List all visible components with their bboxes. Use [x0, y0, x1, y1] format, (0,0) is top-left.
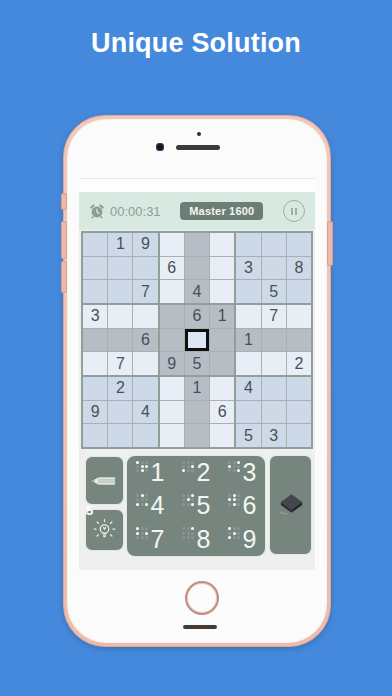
- numpad-digit-label: 4: [151, 493, 165, 518]
- cell-r7c7[interactable]: 4: [236, 377, 260, 400]
- proximity-sensor: [197, 132, 201, 136]
- cell-r9c5[interactable]: [185, 424, 209, 447]
- cell-r7c6[interactable]: [210, 377, 234, 400]
- placed-boxes-dots-6: [228, 493, 241, 506]
- cell-r3c1[interactable]: [83, 280, 107, 303]
- cell-r6c6[interactable]: [210, 352, 234, 375]
- cell-r2c1[interactable]: [83, 257, 107, 280]
- cell-r6c3[interactable]: [133, 352, 157, 375]
- cell-r4c8[interactable]: 7: [262, 305, 286, 328]
- cell-r2c6[interactable]: [210, 257, 234, 280]
- cell-r3c5[interactable]: 4: [185, 280, 209, 303]
- cell-r5c5[interactable]: [185, 329, 209, 352]
- cell-r6c8[interactable]: [262, 352, 286, 375]
- cell-r8c8[interactable]: [262, 401, 286, 424]
- number-pad: 123456789: [126, 455, 266, 557]
- cell-r9c9[interactable]: [287, 424, 311, 447]
- box-3: 385: [236, 233, 311, 303]
- cell-r3c9[interactable]: [287, 280, 311, 303]
- cell-r6c5[interactable]: 5: [185, 352, 209, 375]
- cell-r7c2[interactable]: 2: [108, 377, 132, 400]
- app-screen: 00:00:31 Master 1600 1976438536761957122…: [79, 178, 315, 570]
- cell-r5c3[interactable]: 6: [133, 329, 157, 352]
- numpad-8[interactable]: 8: [173, 523, 219, 556]
- timer-group: 00:00:31: [89, 203, 161, 219]
- cell-r1c9[interactable]: [287, 233, 311, 256]
- charging-port: [183, 625, 217, 629]
- difficulty-badge: Master 1600: [180, 202, 263, 220]
- eraser-button[interactable]: [269, 455, 312, 555]
- cell-r1c8[interactable]: [262, 233, 286, 256]
- placed-boxes-dots-8: [182, 527, 195, 540]
- box-6: 712: [236, 305, 311, 375]
- cell-r8c4[interactable]: [160, 401, 184, 424]
- sudoku-board: 19764385367619571229416453: [81, 231, 313, 449]
- cell-r5c9[interactable]: [287, 329, 311, 352]
- power-button: [327, 221, 333, 266]
- cell-r3c6[interactable]: [210, 280, 234, 303]
- cell-r8c3[interactable]: 4: [133, 401, 157, 424]
- cell-r6c9[interactable]: 2: [287, 352, 311, 375]
- cell-r7c9[interactable]: [287, 377, 311, 400]
- numpad-digit-label: 3: [243, 460, 257, 485]
- numpad-digit-label: 8: [197, 527, 211, 552]
- box-4: 367: [83, 305, 158, 375]
- cell-r9c8[interactable]: 3: [262, 424, 286, 447]
- box-1: 197: [83, 233, 158, 303]
- cell-r5c1[interactable]: [83, 329, 107, 352]
- cell-r3c4[interactable]: [160, 280, 184, 303]
- numpad-digit-label: 6: [243, 493, 257, 518]
- timer-value: 00:00:31: [110, 204, 161, 219]
- pause-icon: [291, 208, 293, 215]
- cell-r8c5[interactable]: [185, 401, 209, 424]
- cell-r4c2[interactable]: [108, 305, 132, 328]
- cell-r9c1[interactable]: [83, 424, 107, 447]
- box-2: 64: [160, 233, 235, 303]
- pause-button[interactable]: [283, 200, 305, 222]
- board-area: 19764385367619571229416453: [79, 230, 315, 450]
- numpad-4[interactable]: 4: [127, 489, 173, 522]
- cell-r7c3[interactable]: [133, 377, 157, 400]
- cell-r9c4[interactable]: [160, 424, 184, 447]
- cell-r5c7[interactable]: 1: [236, 329, 260, 352]
- cell-r2c2[interactable]: [108, 257, 132, 280]
- numpad-digit-label: 2: [197, 460, 211, 485]
- placed-boxes-dots-7: [136, 527, 149, 540]
- numpad-6[interactable]: 6: [219, 489, 265, 522]
- cell-r6c1[interactable]: [83, 352, 107, 375]
- cell-r3c7[interactable]: [236, 280, 260, 303]
- pencil-mode-button[interactable]: [85, 456, 124, 505]
- cell-r1c5[interactable]: [185, 233, 209, 256]
- hint-count: 5: [86, 503, 93, 518]
- cell-r7c5[interactable]: 1: [185, 377, 209, 400]
- numpad-digit-label: 7: [151, 527, 165, 552]
- cell-r5c6[interactable]: [210, 329, 234, 352]
- cell-r4c7[interactable]: [236, 305, 260, 328]
- cell-r4c9[interactable]: [287, 305, 311, 328]
- cell-r2c5[interactable]: [185, 257, 209, 280]
- front-camera: [156, 143, 164, 151]
- cell-r8c6[interactable]: 6: [210, 401, 234, 424]
- eraser-icon: [276, 492, 305, 518]
- cell-r1c4[interactable]: [160, 233, 184, 256]
- numpad-9[interactable]: 9: [219, 523, 265, 556]
- cell-r3c3[interactable]: 7: [133, 280, 157, 303]
- cell-r6c2[interactable]: 7: [108, 352, 132, 375]
- cell-r2c4[interactable]: 6: [160, 257, 184, 280]
- numpad-2[interactable]: 2: [173, 456, 219, 489]
- placed-boxes-dots-4: [136, 493, 149, 506]
- box-9: 453: [236, 377, 311, 447]
- cell-r8c7[interactable]: [236, 401, 260, 424]
- box-7: 294: [83, 377, 158, 447]
- cell-r1c6[interactable]: [210, 233, 234, 256]
- status-bar-area: [79, 179, 315, 192]
- numpad-digit-label: 1: [151, 460, 165, 485]
- cell-r6c7[interactable]: [236, 352, 260, 375]
- page-title: Unique Solution: [0, 0, 392, 59]
- cell-r1c7[interactable]: [236, 233, 260, 256]
- game-header: 00:00:31 Master 1600: [79, 192, 315, 230]
- numpad-digit-label: 5: [197, 493, 211, 518]
- lightbulb-icon: [92, 517, 117, 543]
- cell-r3c2[interactable]: [108, 280, 132, 303]
- earpiece-speaker: [176, 145, 220, 150]
- numpad-7[interactable]: 7: [127, 523, 173, 556]
- placed-boxes-dots-2: [182, 460, 195, 473]
- cell-r1c1[interactable]: [83, 233, 107, 256]
- phone-frame: 00:00:31 Master 1600 1976438536761957122…: [63, 115, 331, 647]
- numpad-digit-label: 9: [243, 527, 257, 552]
- placed-boxes-dots-1: [136, 460, 149, 473]
- placed-boxes-dots-3: [228, 460, 241, 473]
- placed-boxes-dots-5: [182, 493, 195, 506]
- cell-r6c4[interactable]: 9: [160, 352, 184, 375]
- cell-r4c5[interactable]: 6: [185, 305, 209, 328]
- cell-r4c4[interactable]: [160, 305, 184, 328]
- home-button[interactable]: [185, 581, 219, 615]
- cell-r4c1[interactable]: 3: [83, 305, 107, 328]
- cell-r2c7[interactable]: 3: [236, 257, 260, 280]
- alarm-clock-icon: [89, 203, 105, 219]
- numpad-3[interactable]: 3: [219, 456, 265, 489]
- cell-r9c6[interactable]: [210, 424, 234, 447]
- placed-boxes-dots-9: [228, 527, 241, 540]
- cell-r8c2[interactable]: [108, 401, 132, 424]
- page: { "game": "sudoku", "position": "0190000…: [0, 0, 392, 696]
- cell-r9c2[interactable]: [108, 424, 132, 447]
- cell-r4c6[interactable]: 1: [210, 305, 234, 328]
- cell-r8c1[interactable]: 9: [83, 401, 107, 424]
- cell-r5c2[interactable]: [108, 329, 132, 352]
- cell-r2c3[interactable]: [133, 257, 157, 280]
- cell-r3c8[interactable]: 5: [262, 280, 286, 303]
- cell-r7c1[interactable]: [83, 377, 107, 400]
- box-8: 16: [160, 377, 235, 447]
- cell-r7c8[interactable]: [262, 377, 286, 400]
- cell-r4c3[interactable]: [133, 305, 157, 328]
- cell-r1c3[interactable]: 9: [133, 233, 157, 256]
- box-5: 6195: [160, 305, 235, 375]
- cell-r2c8[interactable]: [262, 257, 286, 280]
- cell-r8c9[interactable]: [287, 401, 311, 424]
- numpad-1[interactable]: 1: [127, 456, 173, 489]
- pencil-icon: [92, 476, 117, 486]
- cell-r9c3[interactable]: [133, 424, 157, 447]
- cell-r9c7[interactable]: 5: [236, 424, 260, 447]
- cell-r5c4[interactable]: [160, 329, 184, 352]
- cell-r2c9[interactable]: 8: [287, 257, 311, 280]
- input-pad: 5 123456789: [79, 450, 315, 570]
- numpad-5[interactable]: 5: [173, 489, 219, 522]
- cell-r7c4[interactable]: [160, 377, 184, 400]
- cell-r5c8[interactable]: [262, 329, 286, 352]
- cell-r1c2[interactable]: 1: [108, 233, 132, 256]
